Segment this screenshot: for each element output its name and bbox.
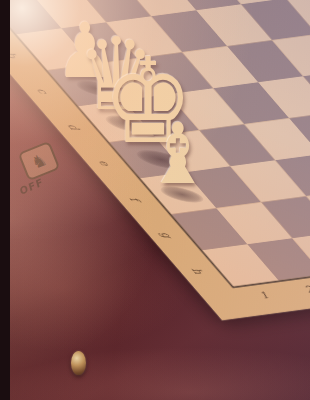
- file-label-f: f: [127, 197, 140, 202]
- rank-label-1: 1: [257, 291, 271, 300]
- rank-label-2: 2: [302, 285, 310, 294]
- file-label-b: b: [10, 52, 18, 59]
- knight-logo-glyph: ♞: [29, 150, 50, 171]
- file-label-c: c: [34, 88, 49, 94]
- chessboard-photo: abcdefgh12345678 ♞ OFF ♟ ♛ ♚ ♝: [10, 0, 310, 400]
- frame-clasp-knob: [71, 351, 86, 375]
- file-label-g: g: [158, 232, 173, 239]
- white-bishop-f1: ♝: [146, 112, 210, 196]
- file-label-h: h: [189, 268, 204, 275]
